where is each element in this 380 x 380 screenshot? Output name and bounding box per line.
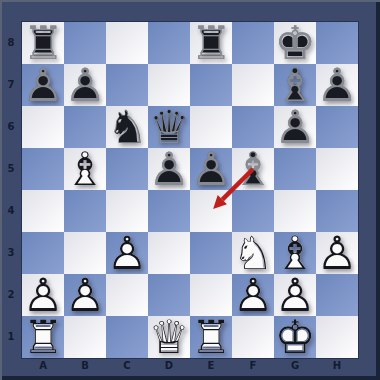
piece-black-rook-e8[interactable]: ♜♖ [190, 22, 232, 64]
square-f7[interactable] [232, 64, 274, 106]
square-a7[interactable]: ♟♙ [22, 64, 64, 106]
square-a8[interactable]: ♜♖ [22, 22, 64, 64]
square-f3[interactable]: ♞♘ [232, 232, 274, 274]
square-e7[interactable] [190, 64, 232, 106]
piece-black-pawn-a7[interactable]: ♟♙ [22, 64, 64, 106]
piece-black-queen-d6[interactable]: ♛♕ [148, 106, 190, 148]
square-g1[interactable]: ♚♔ [274, 316, 316, 358]
square-f1[interactable] [232, 316, 274, 358]
square-f4[interactable] [232, 190, 274, 232]
file-label-D: D [148, 358, 190, 374]
rank-label-1: 1 [2, 316, 20, 358]
square-a6[interactable] [22, 106, 64, 148]
square-g4[interactable] [274, 190, 316, 232]
square-d5[interactable]: ♟♙ [148, 148, 190, 190]
square-g6[interactable]: ♟♙ [274, 106, 316, 148]
file-label-G: G [274, 358, 316, 374]
square-b1[interactable] [64, 316, 106, 358]
square-d4[interactable] [148, 190, 190, 232]
square-e5[interactable]: ♟♙ [190, 148, 232, 190]
square-c1[interactable] [106, 316, 148, 358]
square-h5[interactable] [316, 148, 358, 190]
square-f6[interactable] [232, 106, 274, 148]
square-h4[interactable] [316, 190, 358, 232]
file-label-C: C [106, 358, 148, 374]
piece-white-pawn-c3[interactable]: ♟♙ [106, 232, 148, 274]
square-c6[interactable]: ♞♘ [106, 106, 148, 148]
square-b3[interactable] [64, 232, 106, 274]
square-f2[interactable]: ♟♙ [232, 274, 274, 316]
square-a5[interactable] [22, 148, 64, 190]
rank-label-6: 6 [2, 106, 20, 148]
square-g5[interactable] [274, 148, 316, 190]
square-f5[interactable]: ♝♗ [232, 148, 274, 190]
rank-label-7: 7 [2, 64, 20, 106]
square-g3[interactable]: ♝♗ [274, 232, 316, 274]
piece-white-pawn-f2[interactable]: ♟♙ [232, 274, 274, 316]
square-c4[interactable] [106, 190, 148, 232]
square-e2[interactable] [190, 274, 232, 316]
piece-white-knight-f3[interactable]: ♞♘ [232, 232, 274, 274]
piece-white-rook-e1[interactable]: ♜♖ [190, 316, 232, 358]
square-e1[interactable]: ♜♖ [190, 316, 232, 358]
square-a4[interactable] [22, 190, 64, 232]
piece-black-pawn-e5[interactable]: ♟♙ [190, 148, 232, 190]
square-c8[interactable] [106, 22, 148, 64]
piece-white-pawn-h3[interactable]: ♟♙ [316, 232, 358, 274]
rank-label-4: 4 [2, 190, 20, 232]
square-e8[interactable]: ♜♖ [190, 22, 232, 64]
square-b6[interactable] [64, 106, 106, 148]
square-b7[interactable]: ♟♙ [64, 64, 106, 106]
file-label-A: A [22, 358, 64, 374]
square-a1[interactable]: ♜♖ [22, 316, 64, 358]
rank-label-5: 5 [2, 148, 20, 190]
square-c2[interactable] [106, 274, 148, 316]
piece-black-bishop-f5[interactable]: ♝♗ [232, 148, 274, 190]
piece-black-king-g8[interactable]: ♚♔ [274, 22, 316, 64]
square-b2[interactable]: ♟♙ [64, 274, 106, 316]
square-g2[interactable]: ♟♙ [274, 274, 316, 316]
square-h8[interactable] [316, 22, 358, 64]
piece-black-pawn-g6[interactable]: ♟♙ [274, 106, 316, 148]
square-d1[interactable]: ♛♕ [148, 316, 190, 358]
rank-label-8: 8 [2, 22, 20, 64]
square-b4[interactable] [64, 190, 106, 232]
rank-label-3: 3 [2, 232, 20, 274]
piece-white-king-g1[interactable]: ♚♔ [274, 316, 316, 358]
square-b8[interactable] [64, 22, 106, 64]
square-d2[interactable] [148, 274, 190, 316]
square-e6[interactable] [190, 106, 232, 148]
square-h2[interactable] [316, 274, 358, 316]
piece-black-bishop-g7[interactable]: ♝♗ [274, 64, 316, 106]
square-e3[interactable] [190, 232, 232, 274]
file-label-F: F [232, 358, 274, 374]
file-label-B: B [64, 358, 106, 374]
square-a2[interactable]: ♟♙ [22, 274, 64, 316]
piece-white-pawn-a2[interactable]: ♟♙ [22, 274, 64, 316]
square-c3[interactable]: ♟♙ [106, 232, 148, 274]
piece-black-pawn-h7[interactable]: ♟♙ [316, 64, 358, 106]
square-h6[interactable] [316, 106, 358, 148]
square-b5[interactable]: ♝♗ [64, 148, 106, 190]
piece-black-knight-c6[interactable]: ♞♘ [106, 106, 148, 148]
piece-white-pawn-b2[interactable]: ♟♙ [64, 274, 106, 316]
piece-black-pawn-d5[interactable]: ♟♙ [148, 148, 190, 190]
square-h3[interactable]: ♟♙ [316, 232, 358, 274]
square-c7[interactable] [106, 64, 148, 106]
piece-white-queen-d1[interactable]: ♛♕ [148, 316, 190, 358]
square-g7[interactable]: ♝♗ [274, 64, 316, 106]
square-h1[interactable] [316, 316, 358, 358]
chess-board-widget: ♜♖♜♖♚♔♟♙♟♙♝♗♟♙♞♘♛♕♟♙♝♗♟♙♟♙♝♗♟♙♞♘♝♗♟♙♟♙♟♙… [0, 0, 380, 380]
square-h7[interactable]: ♟♙ [316, 64, 358, 106]
piece-white-bishop-g3[interactable]: ♝♗ [274, 232, 316, 274]
square-g8[interactable]: ♚♔ [274, 22, 316, 64]
square-e4[interactable] [190, 190, 232, 232]
piece-white-bishop-b5[interactable]: ♝♗ [64, 148, 106, 190]
chess-board: ♜♖♜♖♚♔♟♙♟♙♝♗♟♙♞♘♛♕♟♙♝♗♟♙♟♙♝♗♟♙♞♘♝♗♟♙♟♙♟♙… [22, 22, 358, 358]
file-label-E: E [190, 358, 232, 374]
piece-white-pawn-g2[interactable]: ♟♙ [274, 274, 316, 316]
square-d8[interactable] [148, 22, 190, 64]
square-d3[interactable] [148, 232, 190, 274]
square-d6[interactable]: ♛♕ [148, 106, 190, 148]
square-c5[interactable] [106, 148, 148, 190]
piece-white-rook-a1[interactable]: ♜♖ [22, 316, 64, 358]
square-a3[interactable] [22, 232, 64, 274]
piece-black-rook-a8[interactable]: ♜♖ [22, 22, 64, 64]
square-d7[interactable] [148, 64, 190, 106]
piece-black-pawn-b7[interactable]: ♟♙ [64, 64, 106, 106]
square-f8[interactable] [232, 22, 274, 64]
rank-label-2: 2 [2, 274, 20, 316]
file-label-H: H [316, 358, 358, 374]
